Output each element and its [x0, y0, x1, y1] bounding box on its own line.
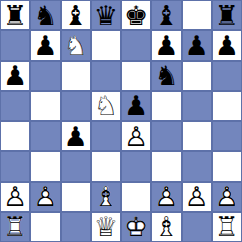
- piece-white-rook[interactable]: ♜♖: [3, 213, 27, 240]
- square-h4[interactable]: [212, 121, 242, 151]
- piece-white-knight[interactable]: ♞♘: [94, 92, 118, 119]
- square-f3[interactable]: [151, 151, 181, 181]
- square-d7[interactable]: [91, 30, 121, 60]
- piece-black-pawn[interactable]: ♟: [124, 92, 148, 119]
- square-h6[interactable]: [212, 61, 242, 91]
- square-e6[interactable]: [121, 61, 151, 91]
- square-d5[interactable]: ♞♘: [91, 91, 121, 121]
- piece-white-pawn[interactable]: ♟♙: [154, 183, 178, 210]
- square-a7[interactable]: [0, 30, 30, 60]
- square-f1[interactable]: ♝♗: [151, 212, 181, 242]
- white-piece-outline: ♗: [94, 182, 118, 212]
- white-piece-outline: ♙: [3, 182, 27, 212]
- square-a2[interactable]: ♟♙: [0, 182, 30, 212]
- square-e7[interactable]: [121, 30, 151, 60]
- square-d8[interactable]: ♛: [91, 0, 121, 30]
- square-b2[interactable]: ♟♙: [30, 182, 60, 212]
- square-d6[interactable]: [91, 61, 121, 91]
- piece-black-pawn[interactable]: ♟: [154, 32, 178, 59]
- square-c8[interactable]: ♝: [61, 0, 91, 30]
- piece-black-pawn[interactable]: ♟: [3, 62, 27, 89]
- square-f5[interactable]: [151, 91, 181, 121]
- piece-black-rook[interactable]: ♜: [3, 2, 27, 29]
- square-c7[interactable]: ♞♘: [61, 30, 91, 60]
- square-e1[interactable]: ♚♔: [121, 212, 151, 242]
- white-piece-outline: ♙: [215, 182, 239, 212]
- square-c1[interactable]: [61, 212, 91, 242]
- piece-black-pawn[interactable]: ♟: [215, 32, 239, 59]
- piece-white-pawn[interactable]: ♟♙: [33, 183, 57, 210]
- chess-board: ♜♞♝♛♚♝♜♟♞♘♟♟♟♟♞♞♘♟♟♟♙♟♙♟♙♝♗♟♙♟♙♟♙♜♖♛♕♚♔♝…: [0, 0, 242, 242]
- square-g1[interactable]: [182, 212, 212, 242]
- piece-black-pawn[interactable]: ♟: [185, 32, 209, 59]
- piece-black-knight[interactable]: ♞: [154, 62, 178, 89]
- square-b5[interactable]: [30, 91, 60, 121]
- piece-black-rook[interactable]: ♜: [215, 2, 239, 29]
- square-b8[interactable]: ♞: [30, 0, 60, 30]
- square-b3[interactable]: [30, 151, 60, 181]
- piece-black-pawn[interactable]: ♟: [64, 123, 88, 150]
- piece-white-knight[interactable]: ♞♘: [64, 32, 88, 59]
- piece-white-queen[interactable]: ♛♕: [94, 213, 118, 240]
- white-piece-outline: ♙: [185, 182, 209, 212]
- piece-white-rook[interactable]: ♜♖: [215, 213, 239, 240]
- square-a6[interactable]: ♟: [0, 61, 30, 91]
- square-e2[interactable]: [121, 182, 151, 212]
- piece-white-pawn[interactable]: ♟♙: [124, 123, 148, 150]
- square-h3[interactable]: [212, 151, 242, 181]
- square-e3[interactable]: [121, 151, 151, 181]
- square-g6[interactable]: [182, 61, 212, 91]
- square-f7[interactable]: ♟: [151, 30, 181, 60]
- square-f6[interactable]: ♞: [151, 61, 181, 91]
- square-e8[interactable]: ♚: [121, 0, 151, 30]
- piece-black-queen[interactable]: ♛: [94, 2, 118, 29]
- square-e5[interactable]: ♟: [121, 91, 151, 121]
- square-d3[interactable]: [91, 151, 121, 181]
- square-f2[interactable]: ♟♙: [151, 182, 181, 212]
- square-c3[interactable]: [61, 151, 91, 181]
- piece-white-pawn[interactable]: ♟♙: [185, 183, 209, 210]
- piece-black-king[interactable]: ♚: [124, 2, 148, 29]
- square-g2[interactable]: ♟♙: [182, 182, 212, 212]
- square-h7[interactable]: ♟: [212, 30, 242, 60]
- square-a1[interactable]: ♜♖: [0, 212, 30, 242]
- square-h2[interactable]: ♟♙: [212, 182, 242, 212]
- square-g7[interactable]: ♟: [182, 30, 212, 60]
- square-c2[interactable]: [61, 182, 91, 212]
- piece-white-bishop[interactable]: ♝♗: [154, 213, 178, 240]
- piece-white-pawn[interactable]: ♟♙: [3, 183, 27, 210]
- piece-black-pawn[interactable]: ♟: [33, 32, 57, 59]
- square-d1[interactable]: ♛♕: [91, 212, 121, 242]
- white-piece-outline: ♘: [94, 91, 118, 121]
- piece-black-bishop[interactable]: ♝: [64, 2, 88, 29]
- piece-black-bishop[interactable]: ♝: [154, 2, 178, 29]
- square-b7[interactable]: ♟: [30, 30, 60, 60]
- piece-black-knight[interactable]: ♞: [33, 2, 57, 29]
- square-c4[interactable]: ♟: [61, 121, 91, 151]
- white-piece-outline: ♘: [64, 30, 88, 60]
- square-a5[interactable]: [0, 91, 30, 121]
- white-piece-outline: ♕: [94, 212, 118, 242]
- white-piece-outline: ♗: [154, 212, 178, 242]
- square-c6[interactable]: [61, 61, 91, 91]
- square-b1[interactable]: [30, 212, 60, 242]
- square-c5[interactable]: [61, 91, 91, 121]
- piece-white-pawn[interactable]: ♟♙: [215, 183, 239, 210]
- square-a8[interactable]: ♜: [0, 0, 30, 30]
- square-g4[interactable]: [182, 121, 212, 151]
- square-a3[interactable]: [0, 151, 30, 181]
- square-d4[interactable]: [91, 121, 121, 151]
- white-piece-outline: ♙: [33, 182, 57, 212]
- square-a4[interactable]: [0, 121, 30, 151]
- square-f8[interactable]: ♝: [151, 0, 181, 30]
- square-g8[interactable]: [182, 0, 212, 30]
- square-g3[interactable]: [182, 151, 212, 181]
- square-f4[interactable]: [151, 121, 181, 151]
- square-h5[interactable]: [212, 91, 242, 121]
- white-piece-outline: ♔: [124, 212, 148, 242]
- square-h1[interactable]: ♜♖: [212, 212, 242, 242]
- white-piece-outline: ♙: [124, 121, 148, 151]
- square-e4[interactable]: ♟♙: [121, 121, 151, 151]
- white-piece-outline: ♖: [215, 212, 239, 242]
- square-g5[interactable]: [182, 91, 212, 121]
- square-b6[interactable]: [30, 61, 60, 91]
- square-d2[interactable]: ♝♗: [91, 182, 121, 212]
- piece-white-bishop[interactable]: ♝♗: [94, 183, 118, 210]
- white-piece-outline: ♖: [3, 212, 27, 242]
- square-h8[interactable]: ♜: [212, 0, 242, 30]
- white-piece-outline: ♙: [154, 182, 178, 212]
- piece-white-king[interactable]: ♚♔: [124, 213, 148, 240]
- square-b4[interactable]: [30, 121, 60, 151]
